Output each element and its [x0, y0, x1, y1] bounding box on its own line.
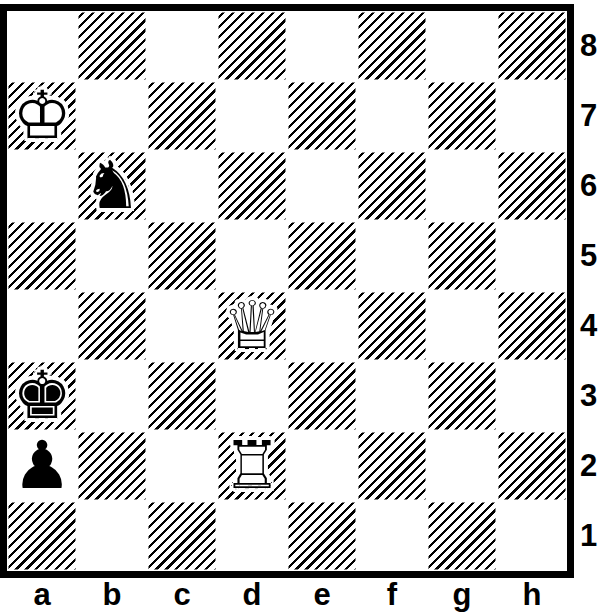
rank-label-7: 7: [574, 81, 603, 151]
file-label-a: a: [7, 578, 77, 612]
square-c4[interactable]: [147, 291, 217, 361]
square-a5[interactable]: [7, 221, 77, 291]
square-d7[interactable]: [217, 81, 287, 151]
square-g2[interactable]: [427, 431, 497, 501]
piece-white-queen[interactable]: ♛♕: [217, 291, 287, 361]
file-label-d: d: [217, 578, 287, 612]
square-a7[interactable]: ♚♔: [7, 81, 77, 151]
square-e3[interactable]: [287, 361, 357, 431]
square-c7[interactable]: [147, 81, 217, 151]
square-d5[interactable]: [217, 221, 287, 291]
file-label-g: g: [427, 578, 497, 612]
square-a8[interactable]: [7, 11, 77, 81]
square-c3[interactable]: [147, 361, 217, 431]
chess-board: ♚♔♞♞♛♕♚♚♟♟♜♖: [0, 4, 574, 578]
piece-glyph: ♔: [12, 83, 71, 149]
square-h1[interactable]: [497, 501, 567, 571]
rank-label-2: 2: [574, 431, 603, 501]
square-c6[interactable]: [147, 151, 217, 221]
file-label-c: c: [147, 578, 217, 612]
square-d1[interactable]: [217, 501, 287, 571]
square-d3[interactable]: [217, 361, 287, 431]
rank-labels: 87654321: [574, 11, 603, 571]
rank-label-1: 1: [574, 501, 603, 571]
piece-glyph: ♕: [222, 293, 281, 359]
square-c2[interactable]: [147, 431, 217, 501]
piece-glyph: ♚: [12, 363, 71, 429]
square-e7[interactable]: [287, 81, 357, 151]
square-h8[interactable]: [497, 11, 567, 81]
square-b6[interactable]: ♞♞: [77, 151, 147, 221]
file-label-b: b: [77, 578, 147, 612]
square-g6[interactable]: [427, 151, 497, 221]
square-f2[interactable]: [357, 431, 427, 501]
square-h2[interactable]: [497, 431, 567, 501]
piece-black-pawn[interactable]: ♟♟: [7, 431, 77, 501]
square-b7[interactable]: [77, 81, 147, 151]
square-g3[interactable]: [427, 361, 497, 431]
square-f6[interactable]: [357, 151, 427, 221]
rank-label-8: 8: [574, 11, 603, 81]
rank-label-5: 5: [574, 221, 603, 291]
square-e1[interactable]: [287, 501, 357, 571]
square-d2[interactable]: ♜♖: [217, 431, 287, 501]
square-g8[interactable]: [427, 11, 497, 81]
square-f1[interactable]: [357, 501, 427, 571]
piece-white-king[interactable]: ♚♔: [7, 81, 77, 151]
square-a4[interactable]: [7, 291, 77, 361]
square-d4[interactable]: ♛♕: [217, 291, 287, 361]
square-a1[interactable]: [7, 501, 77, 571]
square-d8[interactable]: [217, 11, 287, 81]
file-label-h: h: [497, 578, 567, 612]
square-b8[interactable]: [77, 11, 147, 81]
square-e5[interactable]: [287, 221, 357, 291]
file-label-e: e: [287, 578, 357, 612]
rank-label-4: 4: [574, 291, 603, 361]
square-f4[interactable]: [357, 291, 427, 361]
square-b5[interactable]: [77, 221, 147, 291]
square-c5[interactable]: [147, 221, 217, 291]
square-h4[interactable]: [497, 291, 567, 361]
square-h5[interactable]: [497, 221, 567, 291]
square-g7[interactable]: [427, 81, 497, 151]
square-h3[interactable]: [497, 361, 567, 431]
square-b1[interactable]: [77, 501, 147, 571]
square-f8[interactable]: [357, 11, 427, 81]
square-d6[interactable]: [217, 151, 287, 221]
file-label-f: f: [357, 578, 427, 612]
square-e6[interactable]: [287, 151, 357, 221]
square-c1[interactable]: [147, 501, 217, 571]
square-h6[interactable]: [497, 151, 567, 221]
piece-glyph: ♖: [222, 433, 281, 499]
square-f5[interactable]: [357, 221, 427, 291]
piece-black-knight[interactable]: ♞♞: [77, 151, 147, 221]
square-b4[interactable]: [77, 291, 147, 361]
piece-white-rook[interactable]: ♜♖: [217, 431, 287, 501]
square-g5[interactable]: [427, 221, 497, 291]
piece-glyph: ♞: [82, 153, 141, 219]
rank-label-3: 3: [574, 361, 603, 431]
square-b3[interactable]: [77, 361, 147, 431]
square-g4[interactable]: [427, 291, 497, 361]
square-a2[interactable]: ♟♟: [7, 431, 77, 501]
square-h7[interactable]: [497, 81, 567, 151]
square-b2[interactable]: [77, 431, 147, 501]
chess-diagram: ♚♔♞♞♛♕♚♚♟♟♜♖ 87654321 abcdefgh: [0, 0, 603, 612]
square-a6[interactable]: [7, 151, 77, 221]
square-e2[interactable]: [287, 431, 357, 501]
square-f3[interactable]: [357, 361, 427, 431]
square-e8[interactable]: [287, 11, 357, 81]
piece-black-king[interactable]: ♚♚: [7, 361, 77, 431]
piece-glyph: ♟: [12, 433, 71, 499]
rank-label-6: 6: [574, 151, 603, 221]
square-e4[interactable]: [287, 291, 357, 361]
square-f7[interactable]: [357, 81, 427, 151]
square-a3[interactable]: ♚♚: [7, 361, 77, 431]
square-g1[interactable]: [427, 501, 497, 571]
square-c8[interactable]: [147, 11, 217, 81]
file-labels: abcdefgh: [7, 578, 567, 612]
